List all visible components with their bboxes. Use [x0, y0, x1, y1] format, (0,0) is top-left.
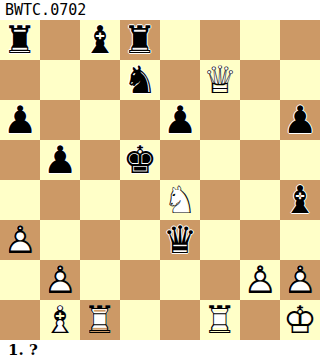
black-rook-glyph: ♜	[0, 20, 40, 60]
square-e7[interactable]	[160, 60, 200, 100]
square-c8[interactable]: ♝	[80, 20, 120, 60]
square-g3[interactable]	[240, 220, 280, 260]
black-knight-glyph: ♞	[120, 60, 160, 100]
square-b7[interactable]	[40, 60, 80, 100]
square-b8[interactable]	[40, 20, 80, 60]
square-a6[interactable]: ♟	[0, 100, 40, 140]
white-pawn: ♟♙	[40, 260, 80, 300]
black-queen-glyph: ♛	[160, 220, 200, 260]
square-g1[interactable]	[240, 300, 280, 340]
square-d7[interactable]: ♞	[120, 60, 160, 100]
square-a3[interactable]: ♟♙	[0, 220, 40, 260]
square-e8[interactable]	[160, 20, 200, 60]
square-g5[interactable]	[240, 140, 280, 180]
square-b3[interactable]	[40, 220, 80, 260]
square-b2[interactable]: ♟♙	[40, 260, 80, 300]
square-f8[interactable]	[200, 20, 240, 60]
square-h7[interactable]	[280, 60, 320, 100]
white-knight-fill: ♞	[160, 180, 200, 220]
black-bishop: ♝	[280, 180, 320, 220]
black-bishop: ♝	[80, 20, 120, 60]
chess-board: ♜♝♜♞♛♕♟♟♟♟♚♞♘♝♟♙♛♟♙♟♙♟♙♝♗♜♖♜♖♚♔	[0, 20, 320, 340]
square-h1[interactable]: ♚♔	[280, 300, 320, 340]
square-a4[interactable]	[0, 180, 40, 220]
white-knight-outline: ♘	[160, 180, 200, 220]
white-bishop-outline: ♗	[40, 300, 80, 340]
square-g2[interactable]: ♟♙	[240, 260, 280, 300]
black-pawn: ♟	[160, 100, 200, 140]
white-pawn-outline: ♙	[280, 260, 320, 300]
square-d6[interactable]	[120, 100, 160, 140]
square-h2[interactable]: ♟♙	[280, 260, 320, 300]
white-king: ♚♔	[280, 300, 320, 340]
white-rook-fill: ♜	[200, 300, 240, 340]
square-b1[interactable]: ♝♗	[40, 300, 80, 340]
square-d8[interactable]: ♜	[120, 20, 160, 60]
square-b4[interactable]	[40, 180, 80, 220]
white-king-fill: ♚	[280, 300, 320, 340]
square-a5[interactable]	[0, 140, 40, 180]
square-f1[interactable]: ♜♖	[200, 300, 240, 340]
square-c5[interactable]	[80, 140, 120, 180]
black-rook: ♜	[120, 20, 160, 60]
square-h3[interactable]	[280, 220, 320, 260]
black-bishop-glyph: ♝	[280, 180, 320, 220]
square-f7[interactable]: ♛♕	[200, 60, 240, 100]
black-pawn: ♟	[40, 140, 80, 180]
black-pawn-glyph: ♟	[0, 100, 40, 140]
white-pawn: ♟♙	[280, 260, 320, 300]
black-pawn-glyph: ♟	[40, 140, 80, 180]
square-c7[interactable]	[80, 60, 120, 100]
square-d2[interactable]	[120, 260, 160, 300]
white-rook: ♜♖	[80, 300, 120, 340]
square-f3[interactable]	[200, 220, 240, 260]
square-e6[interactable]: ♟	[160, 100, 200, 140]
square-a7[interactable]	[0, 60, 40, 100]
white-pawn-fill: ♟	[280, 260, 320, 300]
square-c1[interactable]: ♜♖	[80, 300, 120, 340]
black-king-glyph: ♚	[120, 140, 160, 180]
square-c3[interactable]	[80, 220, 120, 260]
white-rook: ♜♖	[200, 300, 240, 340]
white-bishop-fill: ♝	[40, 300, 80, 340]
square-e5[interactable]	[160, 140, 200, 180]
white-pawn-fill: ♟	[240, 260, 280, 300]
square-f6[interactable]	[200, 100, 240, 140]
black-pawn-glyph: ♟	[280, 100, 320, 140]
black-king: ♚	[120, 140, 160, 180]
white-pawn-outline: ♙	[40, 260, 80, 300]
square-g7[interactable]	[240, 60, 280, 100]
move-prompt: 1. ?	[8, 341, 38, 359]
square-h6[interactable]: ♟	[280, 100, 320, 140]
black-rook: ♜	[0, 20, 40, 60]
white-queen-fill: ♛	[200, 60, 240, 100]
square-f4[interactable]	[200, 180, 240, 220]
white-pawn-outline: ♙	[240, 260, 280, 300]
white-rook-fill: ♜	[80, 300, 120, 340]
white-bishop: ♝♗	[40, 300, 80, 340]
square-d1[interactable]	[120, 300, 160, 340]
square-f5[interactable]	[200, 140, 240, 180]
white-queen: ♛♕	[200, 60, 240, 100]
square-e2[interactable]	[160, 260, 200, 300]
puzzle-id-title: BWTC.0702	[5, 1, 86, 19]
puzzle-header: BWTC.0702	[0, 0, 320, 20]
chess-puzzle-window: BWTC.0702 ♜♝♜♞♛♕♟♟♟♟♚♞♘♝♟♙♛♟♙♟♙♟♙♝♗♜♖♜♖♚…	[0, 0, 320, 360]
square-f2[interactable]	[200, 260, 240, 300]
white-pawn-fill: ♟	[40, 260, 80, 300]
square-e4[interactable]: ♞♘	[160, 180, 200, 220]
square-h4[interactable]: ♝	[280, 180, 320, 220]
square-e3[interactable]: ♛	[160, 220, 200, 260]
square-c4[interactable]	[80, 180, 120, 220]
white-queen-outline: ♕	[200, 60, 240, 100]
square-a2[interactable]	[0, 260, 40, 300]
black-pawn-glyph: ♟	[160, 100, 200, 140]
square-a1[interactable]	[0, 300, 40, 340]
square-d5[interactable]: ♚	[120, 140, 160, 180]
white-rook-outline: ♖	[80, 300, 120, 340]
square-c6[interactable]	[80, 100, 120, 140]
square-h8[interactable]	[280, 20, 320, 60]
square-g4[interactable]	[240, 180, 280, 220]
white-knight: ♞♘	[160, 180, 200, 220]
square-g6[interactable]	[240, 100, 280, 140]
square-d3[interactable]	[120, 220, 160, 260]
black-pawn: ♟	[280, 100, 320, 140]
square-d4[interactable]	[120, 180, 160, 220]
square-e1[interactable]	[160, 300, 200, 340]
square-a8[interactable]: ♜	[0, 20, 40, 60]
puzzle-footer: 1. ?	[0, 340, 320, 360]
square-h5[interactable]	[280, 140, 320, 180]
white-pawn-outline: ♙	[0, 220, 40, 260]
black-rook-glyph: ♜	[120, 20, 160, 60]
white-pawn-fill: ♟	[0, 220, 40, 260]
black-pawn: ♟	[0, 100, 40, 140]
white-pawn: ♟♙	[240, 260, 280, 300]
black-queen: ♛	[160, 220, 200, 260]
white-king-outline: ♔	[280, 300, 320, 340]
square-c2[interactable]	[80, 260, 120, 300]
white-pawn: ♟♙	[0, 220, 40, 260]
square-g8[interactable]	[240, 20, 280, 60]
black-bishop-glyph: ♝	[80, 20, 120, 60]
square-b6[interactable]	[40, 100, 80, 140]
white-rook-outline: ♖	[200, 300, 240, 340]
black-knight: ♞	[120, 60, 160, 100]
square-b5[interactable]: ♟	[40, 140, 80, 180]
